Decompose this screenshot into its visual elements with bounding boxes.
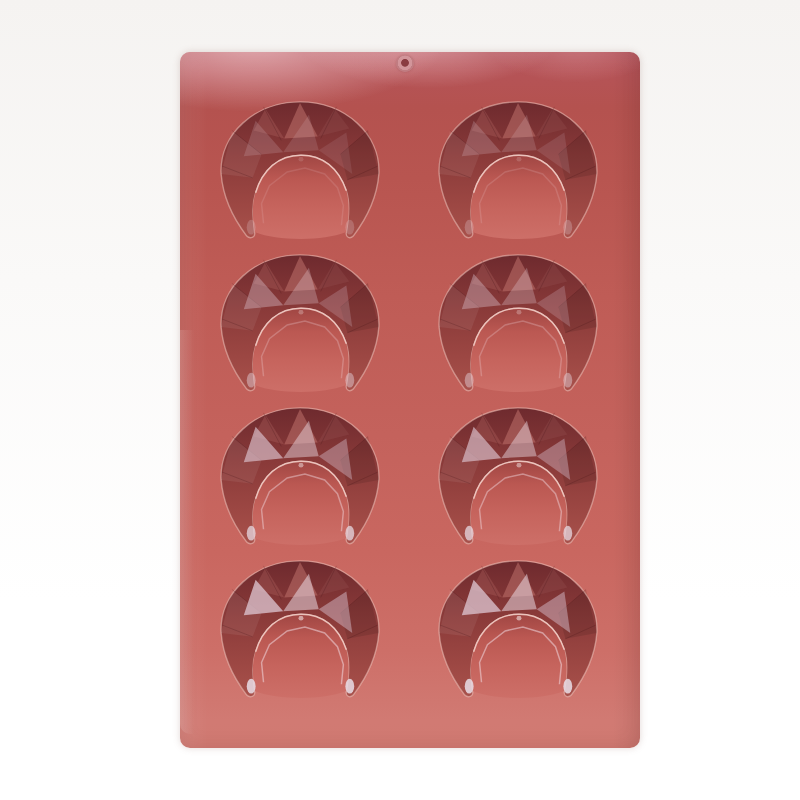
crescent-cavity-r2c1: [205, 250, 395, 393]
hanging-hole: [396, 55, 414, 72]
crescent-cavity-r1c2: [423, 97, 613, 240]
crescent-cavity-r3c1: [205, 403, 395, 546]
crescent-cavity-r4c1: [205, 556, 395, 699]
crescent-cavity-r3c2: [423, 403, 613, 546]
photo-background: [0, 0, 800, 800]
crescent-cavity-graphic: [423, 250, 613, 393]
cavity-grid: [205, 97, 613, 699]
crescent-cavity-graphic: [423, 403, 613, 546]
crescent-cavity-graphic: [205, 250, 395, 393]
crescent-cavity-graphic: [423, 556, 613, 699]
crescent-cavity-graphic: [205, 556, 395, 699]
crescent-cavity-graphic: [205, 97, 395, 240]
crescent-cavity-r4c2: [423, 556, 613, 699]
gloss-reflection-left: [180, 330, 194, 734]
crescent-cavity-graphic: [423, 97, 613, 240]
silicone-mold: [180, 52, 640, 748]
crescent-cavity-r2c2: [423, 250, 613, 393]
crescent-cavity-graphic: [205, 403, 395, 546]
crescent-cavity-r1c1: [205, 97, 395, 240]
